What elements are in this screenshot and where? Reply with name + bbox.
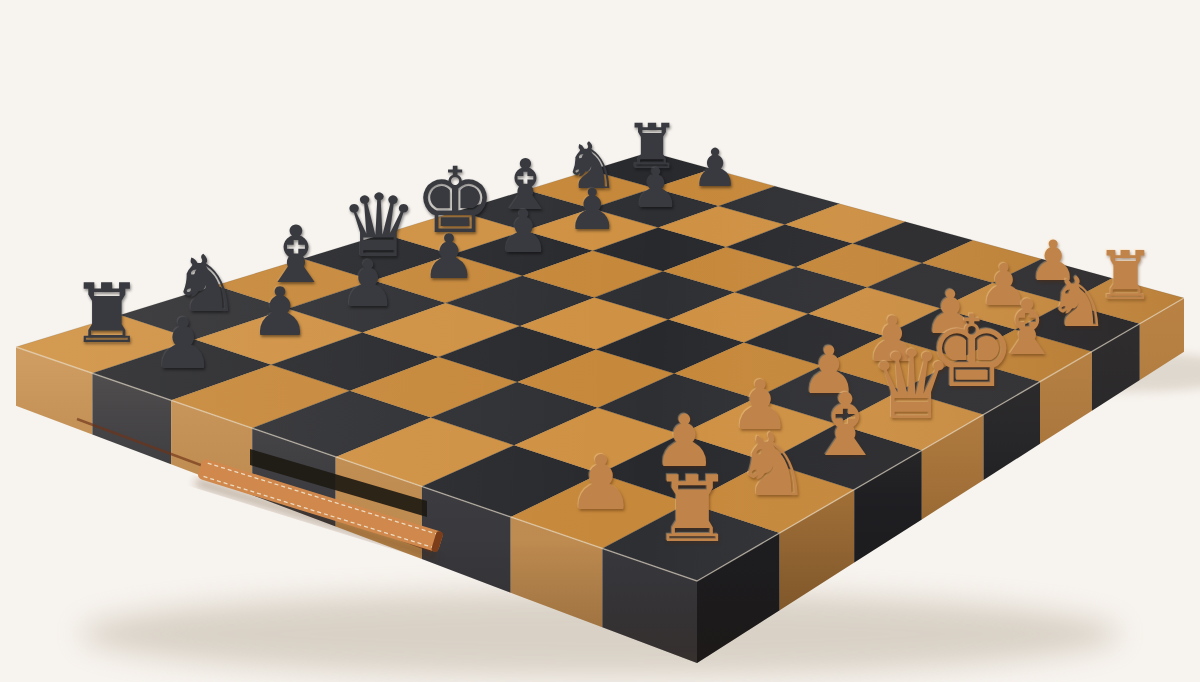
piece-black-pawn-f7[interactable]: ♟	[567, 181, 618, 238]
piece-black-pawn-c7[interactable]: ♟	[339, 251, 396, 315]
pieces-layer: ♜♟♞♟♝♟♚♟♛♟♟♝♜♟♟♞♞♟♟♜♝♟♟♚♟♛♟♝♟♞♟♜	[0, 0, 1200, 682]
piece-black-pawn-a7[interactable]: ♟	[152, 309, 215, 379]
piece-black-pawn-e7[interactable]: ♟	[497, 202, 550, 261]
piece-black-pawn-d7[interactable]: ♟	[422, 226, 477, 287]
piece-black-pawn-b7[interactable]: ♟	[250, 279, 310, 346]
piece-white-rook-a1[interactable]: ♜	[652, 463, 734, 554]
piece-black-pawn-h7[interactable]: ♟	[692, 142, 739, 195]
chess-set-product-photo: ♜♟♞♟♝♟♚♟♛♟♟♝♜♟♟♞♞♟♟♜♝♟♟♚♟♛♟♝♟♞♟♜	[0, 0, 1200, 682]
piece-white-pawn-a2[interactable]: ♟	[567, 446, 635, 522]
piece-black-rook-a8[interactable]: ♜	[70, 273, 144, 355]
piece-white-bishop-c1[interactable]: ♝	[806, 382, 884, 469]
piece-black-pawn-g7[interactable]: ♟	[632, 161, 681, 216]
piece-white-knight-b1[interactable]: ♞	[734, 423, 812, 510]
